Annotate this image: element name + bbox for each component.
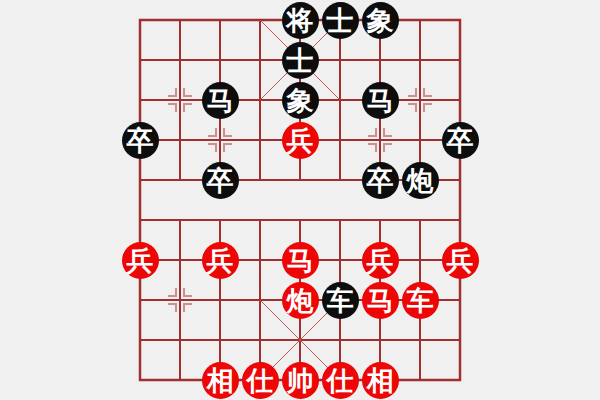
- point-a6[interactable]: 兵: [120, 240, 160, 280]
- point-c9[interactable]: 相: [200, 360, 240, 400]
- point-c5[interactable]: [200, 200, 240, 240]
- point-a8[interactable]: [120, 320, 160, 360]
- point-a1[interactable]: [120, 40, 160, 80]
- point-i6[interactable]: 兵: [440, 240, 480, 280]
- black-soldier[interactable]: 卒: [122, 122, 159, 159]
- point-i0[interactable]: [440, 0, 480, 40]
- point-i4[interactable]: [440, 160, 480, 200]
- red-advisor[interactable]: 仕: [322, 362, 359, 399]
- point-e7[interactable]: 炮: [280, 280, 320, 320]
- xiangqi-board: 将士象士马象马卒兵卒卒卒炮兵兵马兵兵炮车马车相仕帅仕相: [0, 0, 600, 400]
- point-d7[interactable]: [240, 280, 280, 320]
- point-e3[interactable]: 兵: [280, 120, 320, 160]
- point-b3[interactable]: [160, 120, 200, 160]
- point-b4[interactable]: [160, 160, 200, 200]
- point-e4[interactable]: [280, 160, 320, 200]
- black-advisor[interactable]: 士: [322, 2, 359, 39]
- point-g4[interactable]: 卒: [360, 160, 400, 200]
- point-g1[interactable]: [360, 40, 400, 80]
- point-f4[interactable]: [320, 160, 360, 200]
- point-h3[interactable]: [400, 120, 440, 160]
- point-h9[interactable]: [400, 360, 440, 400]
- point-h0[interactable]: [400, 0, 440, 40]
- point-c4[interactable]: 卒: [200, 160, 240, 200]
- point-c8[interactable]: [200, 320, 240, 360]
- point-f7[interactable]: 车: [320, 280, 360, 320]
- black-general[interactable]: 将: [282, 2, 319, 39]
- point-g2[interactable]: 马: [360, 80, 400, 120]
- black-elephant[interactable]: 象: [362, 2, 399, 39]
- point-f2[interactable]: [320, 80, 360, 120]
- point-e9[interactable]: 帅: [280, 360, 320, 400]
- point-h4[interactable]: 炮: [400, 160, 440, 200]
- point-a3[interactable]: 卒: [120, 120, 160, 160]
- red-soldier[interactable]: 兵: [202, 242, 239, 279]
- point-d0[interactable]: [240, 0, 280, 40]
- red-soldier[interactable]: 兵: [282, 122, 319, 159]
- point-i8[interactable]: [440, 320, 480, 360]
- black-soldier[interactable]: 卒: [202, 162, 239, 199]
- point-f9[interactable]: 仕: [320, 360, 360, 400]
- point-c3[interactable]: [200, 120, 240, 160]
- point-d2[interactable]: [240, 80, 280, 120]
- black-elephant[interactable]: 象: [282, 82, 319, 119]
- point-b7[interactable]: [160, 280, 200, 320]
- point-e2[interactable]: 象: [280, 80, 320, 120]
- point-f3[interactable]: [320, 120, 360, 160]
- point-b0[interactable]: [160, 0, 200, 40]
- point-d4[interactable]: [240, 160, 280, 200]
- point-i3[interactable]: 卒: [440, 120, 480, 160]
- point-c2[interactable]: 马: [200, 80, 240, 120]
- point-f1[interactable]: [320, 40, 360, 80]
- red-elephant[interactable]: 相: [202, 362, 239, 399]
- red-cannon[interactable]: 炮: [282, 282, 319, 319]
- point-h7[interactable]: 车: [400, 280, 440, 320]
- point-d5[interactable]: [240, 200, 280, 240]
- point-h1[interactable]: [400, 40, 440, 80]
- black-soldier[interactable]: 卒: [362, 162, 399, 199]
- point-a9[interactable]: [120, 360, 160, 400]
- board-grid: 将士象士马象马卒兵卒卒卒炮兵兵马兵兵炮车马车相仕帅仕相: [120, 0, 480, 400]
- point-g8[interactable]: [360, 320, 400, 360]
- point-d6[interactable]: [240, 240, 280, 280]
- point-g5[interactable]: [360, 200, 400, 240]
- point-e5[interactable]: [280, 200, 320, 240]
- point-a5[interactable]: [120, 200, 160, 240]
- point-i9[interactable]: [440, 360, 480, 400]
- black-chariot[interactable]: 车: [322, 282, 359, 319]
- point-h6[interactable]: [400, 240, 440, 280]
- point-f6[interactable]: [320, 240, 360, 280]
- point-b1[interactable]: [160, 40, 200, 80]
- black-horse[interactable]: 马: [202, 82, 239, 119]
- black-cannon[interactable]: 炮: [402, 162, 439, 199]
- point-d9[interactable]: 仕: [240, 360, 280, 400]
- point-i5[interactable]: [440, 200, 480, 240]
- point-c0[interactable]: [200, 0, 240, 40]
- point-h5[interactable]: [400, 200, 440, 240]
- point-b6[interactable]: [160, 240, 200, 280]
- point-h8[interactable]: [400, 320, 440, 360]
- point-c1[interactable]: [200, 40, 240, 80]
- point-e8[interactable]: [280, 320, 320, 360]
- red-soldier[interactable]: 兵: [442, 242, 479, 279]
- red-horse[interactable]: 马: [282, 242, 319, 279]
- point-b9[interactable]: [160, 360, 200, 400]
- point-d1[interactable]: [240, 40, 280, 80]
- red-general[interactable]: 帅: [282, 362, 319, 399]
- point-g0[interactable]: 象: [360, 0, 400, 40]
- red-chariot[interactable]: 车: [402, 282, 439, 319]
- point-i2[interactable]: [440, 80, 480, 120]
- point-b5[interactable]: [160, 200, 200, 240]
- point-g7[interactable]: 马: [360, 280, 400, 320]
- red-advisor[interactable]: 仕: [242, 362, 279, 399]
- point-b8[interactable]: [160, 320, 200, 360]
- red-horse[interactable]: 马: [362, 282, 399, 319]
- point-g9[interactable]: 相: [360, 360, 400, 400]
- black-soldier[interactable]: 卒: [442, 122, 479, 159]
- point-a7[interactable]: [120, 280, 160, 320]
- point-g6[interactable]: 兵: [360, 240, 400, 280]
- red-soldier[interactable]: 兵: [122, 242, 159, 279]
- point-b2[interactable]: [160, 80, 200, 120]
- point-a4[interactable]: [120, 160, 160, 200]
- point-f5[interactable]: [320, 200, 360, 240]
- point-e1[interactable]: 士: [280, 40, 320, 80]
- point-e6[interactable]: 马: [280, 240, 320, 280]
- point-a2[interactable]: [120, 80, 160, 120]
- point-c7[interactable]: [200, 280, 240, 320]
- point-e0[interactable]: 将: [280, 0, 320, 40]
- black-horse[interactable]: 马: [362, 82, 399, 119]
- point-h2[interactable]: [400, 80, 440, 120]
- red-soldier[interactable]: 兵: [362, 242, 399, 279]
- black-advisor[interactable]: 士: [282, 42, 319, 79]
- point-d3[interactable]: [240, 120, 280, 160]
- point-c6[interactable]: 兵: [200, 240, 240, 280]
- point-d8[interactable]: [240, 320, 280, 360]
- point-i7[interactable]: [440, 280, 480, 320]
- point-a0[interactable]: [120, 0, 160, 40]
- point-f0[interactable]: 士: [320, 0, 360, 40]
- red-elephant[interactable]: 相: [362, 362, 399, 399]
- point-f8[interactable]: [320, 320, 360, 360]
- point-i1[interactable]: [440, 40, 480, 80]
- point-g3[interactable]: [360, 120, 400, 160]
